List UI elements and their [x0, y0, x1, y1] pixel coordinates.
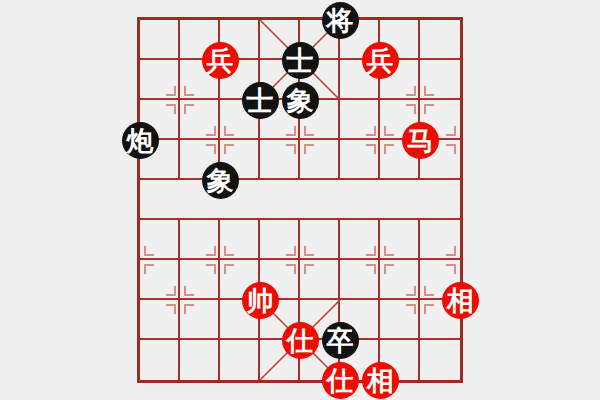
- point-marker: [305, 145, 314, 154]
- point-marker: [446, 265, 455, 274]
- point-marker: [406, 305, 415, 314]
- black-advisor-2[interactable]: 士: [242, 82, 279, 119]
- point-marker: [286, 265, 295, 274]
- point-marker: [206, 265, 215, 274]
- point-marker: [446, 246, 455, 255]
- black-elephant-2[interactable]: 象: [202, 162, 239, 199]
- point-marker: [425, 86, 434, 95]
- point-marker: [305, 246, 314, 255]
- black-soldier[interactable]: 卒: [322, 322, 359, 359]
- point-marker: [185, 305, 194, 314]
- point-marker: [385, 126, 394, 135]
- point-marker: [446, 145, 455, 154]
- point-marker: [225, 246, 234, 255]
- red-soldier-2[interactable]: 兵: [362, 42, 399, 79]
- point-marker: [225, 126, 234, 135]
- point-marker: [406, 105, 415, 114]
- red-elephant-1[interactable]: 相: [362, 362, 399, 399]
- point-marker: [385, 246, 394, 255]
- point-marker: [425, 105, 434, 114]
- point-marker: [366, 126, 375, 135]
- point-marker: [166, 86, 175, 95]
- point-marker: [286, 126, 295, 135]
- file-lines-lower: [140, 220, 421, 380]
- point-marker: [185, 286, 194, 295]
- point-marker: [305, 126, 314, 135]
- black-advisor-1[interactable]: 士: [282, 42, 319, 79]
- point-marker: [286, 246, 295, 255]
- red-general[interactable]: 帅: [242, 282, 279, 319]
- red-soldier-1[interactable]: 兵: [202, 42, 239, 79]
- red-advisor-1[interactable]: 仕: [282, 322, 319, 359]
- red-horse[interactable]: 马: [402, 122, 439, 159]
- point-marker: [406, 286, 415, 295]
- point-marker: [145, 265, 154, 274]
- point-marker: [166, 305, 175, 314]
- point-marker: [286, 145, 295, 154]
- point-marker: [185, 86, 194, 95]
- point-marker: [185, 105, 194, 114]
- point-marker: [406, 86, 415, 95]
- point-marker: [446, 126, 455, 135]
- xiangqi-app: 将士士象象炮卒兵兵马帅仕仕相相: [0, 0, 600, 400]
- point-marker: [425, 305, 434, 314]
- red-advisor-2[interactable]: 仕: [322, 362, 359, 399]
- black-general[interactable]: 将: [322, 2, 359, 39]
- point-marker: [366, 265, 375, 274]
- xiangqi-board[interactable]: 将士士象象炮卒兵兵马帅仕仕相相: [137, 17, 463, 383]
- red-elephant-2[interactable]: 相: [442, 282, 479, 319]
- point-marker: [225, 265, 234, 274]
- point-marker: [166, 286, 175, 295]
- point-marker: [225, 145, 234, 154]
- point-marker: [206, 145, 215, 154]
- point-marker: [166, 105, 175, 114]
- point-marker: [145, 246, 154, 255]
- point-marker: [206, 246, 215, 255]
- black-cannon[interactable]: 炮: [122, 122, 159, 159]
- point-marker: [385, 145, 394, 154]
- black-elephant-1[interactable]: 象: [282, 82, 319, 119]
- point-marker: [305, 265, 314, 274]
- point-marker: [425, 286, 434, 295]
- point-marker: [385, 265, 394, 274]
- point-marker: [366, 246, 375, 255]
- point-marker: [206, 126, 215, 135]
- point-marker: [366, 145, 375, 154]
